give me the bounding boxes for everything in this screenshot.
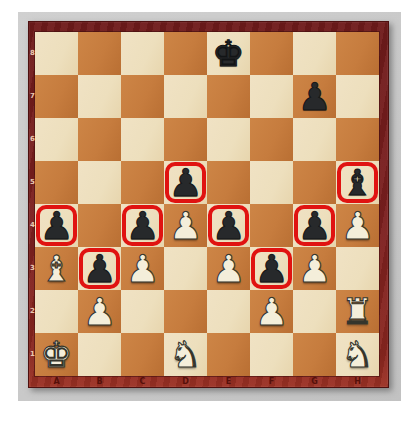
- square-f5[interactable]: [250, 161, 293, 204]
- square-f8[interactable]: [250, 32, 293, 75]
- square-d2[interactable]: [164, 290, 207, 333]
- piece-white-knight[interactable]: ♞: [336, 333, 379, 376]
- square-f7[interactable]: [250, 75, 293, 118]
- square-g6[interactable]: [293, 118, 336, 161]
- square-g3[interactable]: ♟: [293, 247, 336, 290]
- square-a3[interactable]: ♝: [35, 247, 78, 290]
- square-g2[interactable]: [293, 290, 336, 333]
- board-panel: ♚♟♟♝♟♟♟♟♟♟♝♟♟♟♟♟♟♟♜♚♞♞ 87654321 ABCDEFGH: [18, 12, 401, 401]
- square-h8[interactable]: [336, 32, 379, 75]
- square-c1[interactable]: [121, 333, 164, 376]
- square-c4[interactable]: ♟: [121, 204, 164, 247]
- piece-white-pawn[interactable]: ♟: [78, 290, 121, 333]
- square-d3[interactable]: [164, 247, 207, 290]
- square-b3[interactable]: ♟: [78, 247, 121, 290]
- piece-black-pawn[interactable]: ♟: [164, 161, 207, 204]
- square-b6[interactable]: [78, 118, 121, 161]
- square-c3[interactable]: ♟: [121, 247, 164, 290]
- piece-white-rook[interactable]: ♜: [336, 290, 379, 333]
- piece-black-pawn[interactable]: ♟: [121, 204, 164, 247]
- chessboard-frame: ♚♟♟♝♟♟♟♟♟♟♝♟♟♟♟♟♟♟♜♚♞♞ 87654321 ABCDEFGH: [28, 21, 389, 388]
- square-a1[interactable]: ♚: [35, 333, 78, 376]
- piece-white-pawn[interactable]: ♟: [336, 204, 379, 247]
- piece-black-pawn[interactable]: ♟: [78, 247, 121, 290]
- piece-white-pawn[interactable]: ♟: [293, 247, 336, 290]
- square-g7[interactable]: ♟: [293, 75, 336, 118]
- piece-white-pawn[interactable]: ♟: [121, 247, 164, 290]
- square-d6[interactable]: [164, 118, 207, 161]
- square-h6[interactable]: [336, 118, 379, 161]
- piece-white-knight[interactable]: ♞: [164, 333, 207, 376]
- piece-white-king[interactable]: ♚: [35, 333, 78, 376]
- square-a6[interactable]: [35, 118, 78, 161]
- square-b1[interactable]: [78, 333, 121, 376]
- square-b5[interactable]: [78, 161, 121, 204]
- square-f3[interactable]: ♟: [250, 247, 293, 290]
- piece-black-bishop[interactable]: ♝: [336, 161, 379, 204]
- square-e7[interactable]: [207, 75, 250, 118]
- square-f6[interactable]: [250, 118, 293, 161]
- piece-white-bishop[interactable]: ♝: [35, 247, 78, 290]
- square-f1[interactable]: [250, 333, 293, 376]
- piece-black-king[interactable]: ♚: [207, 32, 250, 75]
- square-d5[interactable]: ♟: [164, 161, 207, 204]
- square-a4[interactable]: ♟: [35, 204, 78, 247]
- piece-black-pawn[interactable]: ♟: [293, 204, 336, 247]
- piece-white-pawn[interactable]: ♟: [207, 247, 250, 290]
- page-background: ♚♟♟♝♟♟♟♟♟♟♝♟♟♟♟♟♟♟♜♚♞♞ 87654321 ABCDEFGH: [0, 0, 414, 422]
- file-label-c: C: [121, 376, 164, 388]
- square-h1[interactable]: ♞: [336, 333, 379, 376]
- square-d1[interactable]: ♞: [164, 333, 207, 376]
- rank-label-3: 3: [29, 247, 36, 290]
- file-label-g: G: [293, 376, 336, 388]
- rank-labels: 87654321: [29, 32, 35, 376]
- square-d4[interactable]: ♟: [164, 204, 207, 247]
- square-a2[interactable]: [35, 290, 78, 333]
- chessboard: ♚♟♟♝♟♟♟♟♟♟♝♟♟♟♟♟♟♟♜♚♞♞: [35, 32, 379, 376]
- square-h4[interactable]: ♟: [336, 204, 379, 247]
- rank-label-2: 2: [29, 290, 36, 333]
- square-d8[interactable]: [164, 32, 207, 75]
- square-h2[interactable]: ♜: [336, 290, 379, 333]
- square-c7[interactable]: [121, 75, 164, 118]
- square-h5[interactable]: ♝: [336, 161, 379, 204]
- square-g8[interactable]: [293, 32, 336, 75]
- file-label-e: E: [207, 376, 250, 388]
- square-h3[interactable]: [336, 247, 379, 290]
- square-h7[interactable]: [336, 75, 379, 118]
- square-c8[interactable]: [121, 32, 164, 75]
- square-d7[interactable]: [164, 75, 207, 118]
- square-c2[interactable]: [121, 290, 164, 333]
- square-e1[interactable]: [207, 333, 250, 376]
- rank-label-7: 7: [29, 75, 36, 118]
- square-b8[interactable]: [78, 32, 121, 75]
- square-g5[interactable]: [293, 161, 336, 204]
- square-a7[interactable]: [35, 75, 78, 118]
- file-label-b: B: [78, 376, 121, 388]
- square-e4[interactable]: ♟: [207, 204, 250, 247]
- file-label-d: D: [164, 376, 207, 388]
- square-a8[interactable]: [35, 32, 78, 75]
- square-f4[interactable]: [250, 204, 293, 247]
- square-g4[interactable]: ♟: [293, 204, 336, 247]
- square-g1[interactable]: [293, 333, 336, 376]
- file-label-h: H: [336, 376, 379, 388]
- piece-black-pawn[interactable]: ♟: [207, 204, 250, 247]
- rank-label-8: 8: [29, 32, 36, 75]
- square-f2[interactable]: ♟: [250, 290, 293, 333]
- square-b2[interactable]: ♟: [78, 290, 121, 333]
- square-c6[interactable]: [121, 118, 164, 161]
- rank-label-1: 1: [29, 333, 36, 376]
- file-label-f: F: [250, 376, 293, 388]
- piece-white-pawn[interactable]: ♟: [250, 290, 293, 333]
- square-e2[interactable]: [207, 290, 250, 333]
- rank-label-4: 4: [29, 204, 36, 247]
- file-label-a: A: [35, 376, 78, 388]
- piece-black-pawn[interactable]: ♟: [250, 247, 293, 290]
- square-a5[interactable]: [35, 161, 78, 204]
- piece-black-pawn[interactable]: ♟: [293, 75, 336, 118]
- file-labels: ABCDEFGH: [35, 376, 379, 388]
- rank-label-5: 5: [29, 161, 36, 204]
- piece-white-pawn[interactable]: ♟: [164, 204, 207, 247]
- square-e6[interactable]: [207, 118, 250, 161]
- square-b7[interactable]: [78, 75, 121, 118]
- rank-label-6: 6: [29, 118, 36, 161]
- square-b4[interactable]: [78, 204, 121, 247]
- square-c5[interactable]: [121, 161, 164, 204]
- piece-black-pawn[interactable]: ♟: [35, 204, 78, 247]
- square-e3[interactable]: ♟: [207, 247, 250, 290]
- square-e8[interactable]: ♚: [207, 32, 250, 75]
- square-e5[interactable]: [207, 161, 250, 204]
